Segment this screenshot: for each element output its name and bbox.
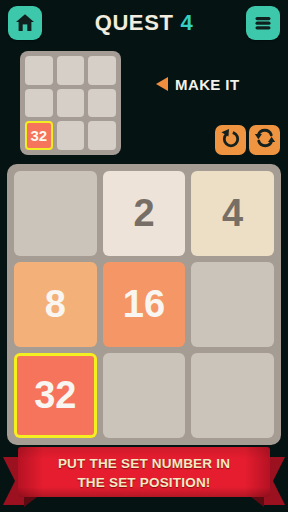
target-cell-32: 32	[25, 121, 53, 150]
board-cell-r1c3: 4	[191, 171, 274, 256]
quest-title-text: QUEST	[95, 10, 174, 36]
board-cell-r3c1-highlighted: 32	[14, 353, 97, 438]
target-preview-board: 32	[20, 51, 121, 155]
target-cell	[57, 121, 85, 150]
target-cell	[25, 89, 53, 118]
make-it-callout: MAKE IT	[156, 75, 239, 93]
undo-rotate-left-icon	[218, 125, 244, 155]
triangle-left-icon	[156, 77, 168, 91]
game-board[interactable]: 2 4 8 16 32	[7, 164, 281, 445]
page-title: QUEST 4	[0, 0, 288, 46]
board-cell-r3c3	[191, 353, 274, 438]
target-cell	[57, 56, 85, 85]
board-cell-r3c2	[103, 353, 186, 438]
target-cell	[25, 56, 53, 85]
target-cell	[88, 121, 116, 150]
refresh-sync-button[interactable]	[249, 125, 280, 155]
board-cell-r1c1	[14, 171, 97, 256]
instruction-text: PUT THE SET NUMBER IN THE SET POSITION!	[18, 454, 270, 492]
instruction-ribbon: PUT THE SET NUMBER IN THE SET POSITION!	[0, 445, 288, 512]
quest-number: 4	[180, 10, 193, 36]
board-cell-r1c2: 2	[103, 171, 186, 256]
make-it-label: MAKE IT	[175, 76, 239, 93]
board-cell-r2c3	[191, 262, 274, 347]
target-cell	[88, 56, 116, 85]
menu-button[interactable]	[246, 6, 280, 40]
board-cell-r2c2: 16	[103, 262, 186, 347]
hamburger-menu-icon	[251, 11, 275, 35]
instruction-line-2: THE SET POSITION!	[18, 473, 270, 492]
target-cell	[88, 89, 116, 118]
refresh-sync-icon	[252, 125, 278, 155]
undo-button[interactable]	[215, 125, 246, 155]
target-cell	[57, 89, 85, 118]
instruction-line-1: PUT THE SET NUMBER IN	[18, 454, 270, 473]
board-cell-r2c1: 8	[14, 262, 97, 347]
